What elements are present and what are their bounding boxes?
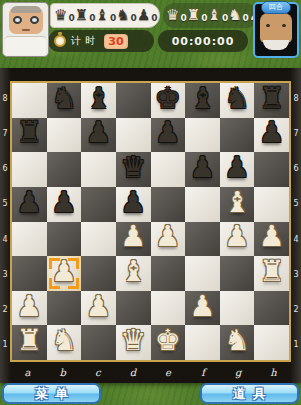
left-avatar-face bbox=[9, 7, 43, 34]
file-label-b: b bbox=[45, 364, 80, 381]
black-pawn[interactable]: ♟ bbox=[16, 188, 42, 217]
captured-bishop-icon: ♝ bbox=[207, 8, 220, 23]
right-player-avatar: 回合 bbox=[253, 2, 299, 58]
black-knight[interactable]: ♞ bbox=[51, 84, 77, 113]
square-d5[interactable]: ♟ bbox=[116, 187, 151, 222]
rank-label-2: 2 bbox=[291, 292, 301, 327]
rank-label-6: 6 bbox=[291, 151, 301, 186]
square-b7[interactable] bbox=[47, 118, 82, 153]
captured-count: 0 bbox=[151, 13, 157, 23]
file-label-f: f bbox=[186, 364, 221, 381]
black-rook[interactable]: ♜ bbox=[259, 84, 285, 113]
square-d1[interactable]: ♛ bbox=[116, 325, 151, 360]
white-pawn[interactable]: ♟ bbox=[51, 257, 77, 286]
rank-label-8: 8 bbox=[291, 81, 301, 116]
timer-label: 计时 bbox=[71, 34, 99, 48]
rank-label-4: 4 bbox=[291, 222, 301, 257]
square-g7[interactable] bbox=[220, 118, 255, 153]
file-label-d: d bbox=[115, 364, 150, 381]
black-king[interactable]: ♚ bbox=[155, 84, 181, 113]
white-rook[interactable]: ♜ bbox=[259, 257, 285, 286]
square-e6[interactable] bbox=[151, 152, 186, 187]
square-b6[interactable] bbox=[47, 152, 82, 187]
square-h5[interactable] bbox=[254, 187, 289, 222]
black-pawn[interactable]: ♟ bbox=[259, 118, 285, 147]
black-queen[interactable]: ♛ bbox=[120, 153, 146, 182]
rank-label-5: 5 bbox=[291, 186, 301, 221]
square-d7[interactable] bbox=[116, 118, 151, 153]
square-h7[interactable]: ♟ bbox=[254, 118, 289, 153]
rank-labels-right: 87654321 bbox=[291, 81, 301, 362]
black-pawn[interactable]: ♟ bbox=[155, 118, 181, 147]
square-h2[interactable] bbox=[254, 291, 289, 326]
rank-label-1: 1 bbox=[291, 327, 301, 362]
square-g8[interactable]: ♞ bbox=[220, 83, 255, 118]
square-c5[interactable] bbox=[81, 187, 116, 222]
square-f2[interactable]: ♟ bbox=[185, 291, 220, 326]
turn-badge: 回合 bbox=[261, 1, 291, 14]
left-avatar-hair bbox=[11, 6, 41, 13]
square-f3[interactable] bbox=[185, 256, 220, 291]
captured-white-pieces-tray: ♛0♜0♝0♞0♟0 bbox=[163, 3, 258, 28]
square-h3[interactable]: ♜ bbox=[254, 256, 289, 291]
rank-label-7: 7 bbox=[0, 116, 10, 151]
left-avatar-mouth bbox=[22, 29, 30, 31]
timer-value: 30 bbox=[104, 34, 128, 49]
rank-label-4: 4 bbox=[0, 222, 10, 257]
black-pawn[interactable]: ♟ bbox=[86, 118, 112, 147]
square-h1[interactable] bbox=[254, 325, 289, 360]
square-c7[interactable]: ♟ bbox=[81, 118, 116, 153]
right-avatar-beard bbox=[263, 40, 289, 50]
square-a7[interactable]: ♜ bbox=[12, 118, 47, 153]
square-c1[interactable] bbox=[81, 325, 116, 360]
square-e2[interactable] bbox=[151, 291, 186, 326]
menu-button-label: 菜单 bbox=[28, 387, 75, 400]
square-e3[interactable] bbox=[151, 256, 186, 291]
game-clock-bar: 00:00:00 bbox=[158, 30, 248, 52]
captured-item-rook: ♜0 bbox=[75, 8, 96, 23]
square-g1[interactable]: ♞ bbox=[220, 325, 255, 360]
square-b4[interactable] bbox=[47, 222, 82, 257]
rank-labels-left: 87654321 bbox=[0, 81, 10, 362]
file-label-h: h bbox=[256, 364, 291, 381]
white-knight[interactable]: ♞ bbox=[51, 326, 77, 355]
square-e8[interactable]: ♚ bbox=[151, 83, 186, 118]
captured-item-knight: ♞0 bbox=[116, 8, 137, 23]
white-pawn[interactable]: ♟ bbox=[86, 292, 112, 321]
black-rook[interactable]: ♜ bbox=[16, 118, 42, 147]
white-knight[interactable]: ♞ bbox=[224, 326, 250, 355]
captured-item-queen: ♛0 bbox=[166, 8, 187, 23]
square-d6[interactable]: ♛ bbox=[116, 152, 151, 187]
left-avatar-shirt bbox=[5, 36, 46, 55]
white-pawn[interactable]: ♟ bbox=[16, 292, 42, 321]
white-pawn[interactable]: ♟ bbox=[189, 292, 215, 321]
white-rook[interactable]: ♜ bbox=[16, 326, 42, 355]
square-d2[interactable] bbox=[116, 291, 151, 326]
captured-item-queen: ♛0 bbox=[54, 8, 75, 23]
file-label-e: e bbox=[151, 364, 186, 381]
square-e7[interactable]: ♟ bbox=[151, 118, 186, 153]
square-g5[interactable]: ♝ bbox=[220, 187, 255, 222]
black-pawn[interactable]: ♟ bbox=[120, 188, 146, 217]
white-pawn[interactable]: ♟ bbox=[155, 222, 181, 251]
square-a1[interactable]: ♜ bbox=[12, 325, 47, 360]
board-grid: ♞♝♚♝♞♜♜♟♟♟♛♟♟♟♟♟♝♟♟♟♟♟♝♜♟♟♟♜♞♛♚♞ bbox=[10, 81, 291, 362]
captured-pawn-icon: ♟ bbox=[137, 8, 150, 23]
items-button[interactable]: 道具 bbox=[200, 383, 299, 404]
rank-label-6: 6 bbox=[0, 151, 10, 186]
square-a4[interactable] bbox=[12, 222, 47, 257]
black-bishop[interactable]: ♝ bbox=[86, 84, 112, 113]
rank-label-2: 2 bbox=[0, 292, 10, 327]
glasses-icon bbox=[13, 16, 22, 24]
white-pawn[interactable]: ♟ bbox=[224, 222, 250, 251]
black-pawn[interactable]: ♟ bbox=[224, 153, 250, 182]
captured-rook-icon: ♜ bbox=[187, 8, 200, 23]
file-labels-bottom: abcdefgh bbox=[10, 364, 291, 381]
square-f5[interactable] bbox=[185, 187, 220, 222]
rank-label-1: 1 bbox=[0, 327, 10, 362]
captured-rook-icon: ♜ bbox=[75, 8, 88, 23]
square-a5[interactable]: ♟ bbox=[12, 187, 47, 222]
square-f1[interactable] bbox=[185, 325, 220, 360]
square-a2[interactable]: ♟ bbox=[12, 291, 47, 326]
square-d3[interactable]: ♝ bbox=[116, 256, 151, 291]
captured-black-pieces-tray: ♛0♜0♝0♞0♟0 bbox=[50, 3, 160, 28]
square-f4[interactable] bbox=[185, 222, 220, 257]
rank-label-3: 3 bbox=[291, 257, 301, 292]
white-pawn[interactable]: ♟ bbox=[259, 222, 285, 251]
square-g6[interactable]: ♟ bbox=[220, 152, 255, 187]
square-b1[interactable]: ♞ bbox=[47, 325, 82, 360]
square-b5[interactable]: ♟ bbox=[47, 187, 82, 222]
square-c6[interactable] bbox=[81, 152, 116, 187]
black-pawn[interactable]: ♟ bbox=[189, 153, 215, 182]
square-b3[interactable]: ♟ bbox=[47, 256, 82, 291]
square-b2[interactable] bbox=[47, 291, 82, 326]
left-player-avatar bbox=[2, 2, 49, 57]
white-pawn[interactable]: ♟ bbox=[120, 222, 146, 251]
captured-knight-icon: ♞ bbox=[228, 8, 241, 23]
square-c4[interactable] bbox=[81, 222, 116, 257]
glasses-icon bbox=[30, 16, 39, 24]
right-avatar-eye bbox=[282, 24, 286, 27]
white-bishop[interactable]: ♝ bbox=[120, 257, 146, 286]
square-d8[interactable] bbox=[116, 83, 151, 118]
square-f8[interactable]: ♝ bbox=[185, 83, 220, 118]
captured-item-bishop: ♝0 bbox=[95, 8, 116, 23]
captured-bishop-icon: ♝ bbox=[95, 8, 108, 23]
square-h6[interactable] bbox=[254, 152, 289, 187]
chess-board-frame: 87654321 ♞♝♚♝♞♜♜♟♟♟♛♟♟♟♟♟♝♟♟♟♟♟♝♜♟♟♟♜♞♛♚… bbox=[0, 68, 301, 383]
captured-item-bishop: ♝0 bbox=[207, 8, 228, 23]
right-avatar-eye bbox=[266, 24, 270, 27]
square-a6[interactable] bbox=[12, 152, 47, 187]
captured-item-rook: ♜0 bbox=[187, 8, 208, 23]
captured-queen-icon: ♛ bbox=[54, 8, 67, 23]
square-c3[interactable] bbox=[81, 256, 116, 291]
right-avatar-face bbox=[260, 13, 292, 43]
black-knight[interactable]: ♞ bbox=[224, 84, 250, 113]
captured-queen-icon: ♛ bbox=[166, 8, 179, 23]
square-c2[interactable]: ♟ bbox=[81, 291, 116, 326]
items-button-label: 道具 bbox=[226, 387, 273, 400]
file-label-c: c bbox=[80, 364, 115, 381]
square-d4[interactable]: ♟ bbox=[116, 222, 151, 257]
square-f6[interactable]: ♟ bbox=[185, 152, 220, 187]
square-e4[interactable]: ♟ bbox=[151, 222, 186, 257]
rank-label-3: 3 bbox=[0, 257, 10, 292]
square-a3[interactable] bbox=[12, 256, 47, 291]
white-bishop[interactable]: ♝ bbox=[224, 188, 250, 217]
rank-label-7: 7 bbox=[291, 116, 301, 151]
menu-button[interactable]: 菜单 bbox=[2, 383, 101, 404]
square-c8[interactable]: ♝ bbox=[81, 83, 116, 118]
white-queen[interactable]: ♛ bbox=[120, 326, 146, 355]
square-f7[interactable] bbox=[185, 118, 220, 153]
game-clock-value: 00:00:00 bbox=[172, 35, 235, 48]
move-timer-bar: 计时 30 bbox=[48, 30, 154, 52]
square-g2[interactable] bbox=[220, 291, 255, 326]
rank-label-5: 5 bbox=[0, 186, 10, 221]
black-pawn[interactable]: ♟ bbox=[51, 188, 77, 217]
captured-item-knight: ♞0 bbox=[228, 8, 249, 23]
square-g3[interactable] bbox=[220, 256, 255, 291]
captured-item-pawn: ♟0 bbox=[137, 8, 158, 23]
white-king[interactable]: ♚ bbox=[155, 326, 181, 355]
file-label-g: g bbox=[221, 364, 256, 381]
square-b8[interactable]: ♞ bbox=[47, 83, 82, 118]
square-h4[interactable]: ♟ bbox=[254, 222, 289, 257]
square-e1[interactable]: ♚ bbox=[151, 325, 186, 360]
rank-label-8: 8 bbox=[0, 81, 10, 116]
captured-knight-icon: ♞ bbox=[116, 8, 129, 23]
square-a8[interactable] bbox=[12, 83, 47, 118]
square-g4[interactable]: ♟ bbox=[220, 222, 255, 257]
black-bishop[interactable]: ♝ bbox=[189, 84, 215, 113]
square-h8[interactable]: ♜ bbox=[254, 83, 289, 118]
app-screen: ♛0♜0♝0♞0♟0 ♛0♜0♝0♞0♟0 计时 30 00:00:00 回合 … bbox=[0, 0, 301, 405]
stopwatch-icon bbox=[54, 35, 66, 47]
square-e5[interactable] bbox=[151, 187, 186, 222]
file-label-a: a bbox=[10, 364, 45, 381]
